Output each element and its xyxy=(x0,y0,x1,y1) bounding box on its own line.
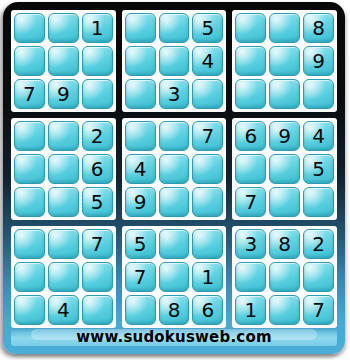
cell-r6c6[interactable] xyxy=(192,187,223,217)
cell-r9c1[interactable] xyxy=(14,295,45,325)
cell-r7c6[interactable] xyxy=(192,229,223,259)
cell-r5c5[interactable] xyxy=(159,154,190,184)
cell-r4c9[interactable]: 4 xyxy=(303,121,334,151)
cell-r5c4[interactable]: 4 xyxy=(125,154,156,184)
cell-r4c5[interactable] xyxy=(159,121,190,151)
cell-r4c6[interactable]: 7 xyxy=(192,121,223,151)
cell-r1c9[interactable]: 8 xyxy=(303,13,334,43)
cell-r3c3[interactable] xyxy=(82,79,113,109)
cell-r7c3[interactable]: 7 xyxy=(82,229,113,259)
cell-r2c6[interactable]: 4 xyxy=(192,46,223,76)
footer-bar: www.sudokusweb.com xyxy=(11,328,337,346)
box-7: 74 xyxy=(11,226,116,328)
cell-r2c9[interactable]: 9 xyxy=(303,46,334,76)
cell-r6c7[interactable]: 7 xyxy=(235,187,266,217)
cell-r3c8[interactable] xyxy=(269,79,300,109)
cell-r7c1[interactable] xyxy=(14,229,45,259)
cell-r3c9[interactable] xyxy=(303,79,334,109)
cell-r1c7[interactable] xyxy=(235,13,266,43)
cell-r5c6[interactable] xyxy=(192,154,223,184)
cell-r1c5[interactable] xyxy=(159,13,190,43)
cell-r4c2[interactable] xyxy=(48,121,79,151)
box-8: 57186 xyxy=(122,226,227,328)
cell-r7c8[interactable]: 8 xyxy=(269,229,300,259)
box-5: 749 xyxy=(122,118,227,220)
cell-r3c4[interactable] xyxy=(125,79,156,109)
cell-r7c5[interactable] xyxy=(159,229,190,259)
cell-r2c5[interactable] xyxy=(159,46,190,76)
cell-r8c5[interactable] xyxy=(159,262,190,292)
cell-r4c3[interactable]: 2 xyxy=(82,121,113,151)
cell-r5c2[interactable] xyxy=(48,154,79,184)
cell-r9c2[interactable]: 4 xyxy=(48,295,79,325)
cell-r6c5[interactable] xyxy=(159,187,190,217)
cell-r1c8[interactable] xyxy=(269,13,300,43)
sudoku-grid: 1795438926574969457745718638217 xyxy=(11,10,337,328)
cell-r8c4[interactable]: 7 xyxy=(125,262,156,292)
cell-r8c9[interactable] xyxy=(303,262,334,292)
cell-r8c2[interactable] xyxy=(48,262,79,292)
cell-r7c2[interactable] xyxy=(48,229,79,259)
cell-r8c3[interactable] xyxy=(82,262,113,292)
cell-r7c4[interactable]: 5 xyxy=(125,229,156,259)
cell-r9c7[interactable]: 1 xyxy=(235,295,266,325)
cell-r6c9[interactable] xyxy=(303,187,334,217)
box-9: 38217 xyxy=(232,226,337,328)
cell-r3c6[interactable] xyxy=(192,79,223,109)
site-link[interactable]: www.sudokusweb.com xyxy=(76,328,271,346)
cell-r9c6[interactable]: 6 xyxy=(192,295,223,325)
cell-r4c4[interactable] xyxy=(125,121,156,151)
cell-r9c5[interactable]: 8 xyxy=(159,295,190,325)
box-2: 543 xyxy=(122,10,227,112)
cell-r6c8[interactable] xyxy=(269,187,300,217)
cell-r4c8[interactable]: 9 xyxy=(269,121,300,151)
box-1: 179 xyxy=(11,10,116,112)
cell-r8c7[interactable] xyxy=(235,262,266,292)
cell-r2c2[interactable] xyxy=(48,46,79,76)
cell-r8c8[interactable] xyxy=(269,262,300,292)
cell-r1c2[interactable] xyxy=(48,13,79,43)
cell-r1c6[interactable]: 5 xyxy=(192,13,223,43)
cell-r9c8[interactable] xyxy=(269,295,300,325)
box-4: 265 xyxy=(11,118,116,220)
cell-r5c8[interactable] xyxy=(269,154,300,184)
cell-r1c1[interactable] xyxy=(14,13,45,43)
cell-r3c2[interactable]: 9 xyxy=(48,79,79,109)
cell-r4c7[interactable]: 6 xyxy=(235,121,266,151)
cell-r9c9[interactable]: 7 xyxy=(303,295,334,325)
cell-r7c7[interactable]: 3 xyxy=(235,229,266,259)
cell-r2c1[interactable] xyxy=(14,46,45,76)
cell-r2c7[interactable] xyxy=(235,46,266,76)
cell-r7c9[interactable]: 2 xyxy=(303,229,334,259)
cell-r5c7[interactable] xyxy=(235,154,266,184)
cell-r2c3[interactable] xyxy=(82,46,113,76)
cell-r9c4[interactable] xyxy=(125,295,156,325)
cell-r5c1[interactable] xyxy=(14,154,45,184)
sudoku-board: 1795438926574969457745718638217 www.sudo… xyxy=(3,2,345,354)
sudoku-page: 1795438926574969457745718638217 www.sudo… xyxy=(0,0,350,360)
cell-r3c1[interactable]: 7 xyxy=(14,79,45,109)
cell-r1c3[interactable]: 1 xyxy=(82,13,113,43)
cell-r2c8[interactable] xyxy=(269,46,300,76)
cell-r6c3[interactable]: 5 xyxy=(82,187,113,217)
cell-r3c7[interactable] xyxy=(235,79,266,109)
cell-r6c4[interactable]: 9 xyxy=(125,187,156,217)
cell-r9c3[interactable] xyxy=(82,295,113,325)
cell-r3c5[interactable]: 3 xyxy=(159,79,190,109)
cell-r6c2[interactable] xyxy=(48,187,79,217)
cell-r6c1[interactable] xyxy=(14,187,45,217)
cell-r8c1[interactable] xyxy=(14,262,45,292)
box-3: 89 xyxy=(232,10,337,112)
cell-r2c4[interactable] xyxy=(125,46,156,76)
box-6: 69457 xyxy=(232,118,337,220)
cell-r5c9[interactable]: 5 xyxy=(303,154,334,184)
cell-r8c6[interactable]: 1 xyxy=(192,262,223,292)
cell-r1c4[interactable] xyxy=(125,13,156,43)
cell-r5c3[interactable]: 6 xyxy=(82,154,113,184)
cell-r4c1[interactable] xyxy=(14,121,45,151)
